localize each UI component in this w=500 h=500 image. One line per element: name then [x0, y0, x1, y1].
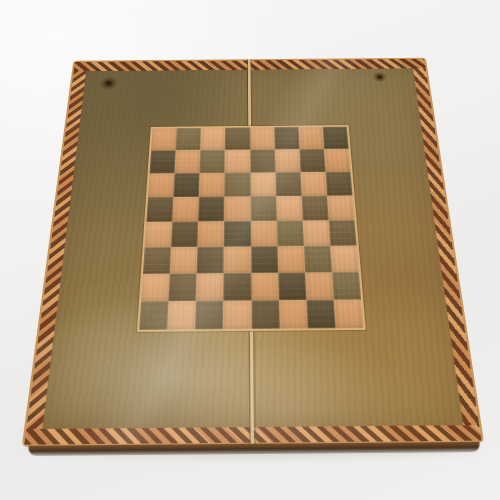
square-h7[interactable] — [324, 149, 351, 172]
square-e6[interactable] — [250, 172, 276, 196]
square-c2[interactable] — [196, 273, 224, 301]
square-b7[interactable] — [175, 150, 201, 173]
square-f8[interactable] — [274, 127, 299, 149]
square-a1[interactable] — [139, 301, 168, 330]
square-e1[interactable] — [251, 300, 279, 329]
square-b3[interactable] — [170, 247, 198, 274]
square-a3[interactable] — [143, 247, 171, 274]
checkerboard-inlay — [137, 125, 366, 332]
square-h8[interactable] — [323, 127, 349, 149]
square-c4[interactable] — [198, 221, 225, 247]
square-d7[interactable] — [225, 150, 250, 173]
square-a2[interactable] — [141, 274, 170, 302]
square-d2[interactable] — [224, 273, 252, 301]
square-g1[interactable] — [306, 300, 335, 329]
square-c7[interactable] — [200, 150, 225, 173]
square-h5[interactable] — [327, 195, 355, 220]
square-g5[interactable] — [301, 196, 328, 221]
square-e2[interactable] — [251, 273, 279, 301]
square-b1[interactable] — [167, 301, 196, 330]
square-h4[interactable] — [329, 220, 357, 246]
square-f4[interactable] — [276, 221, 303, 247]
square-h2[interactable] — [332, 272, 361, 300]
square-a4[interactable] — [145, 222, 173, 248]
square-h6[interactable] — [325, 172, 352, 196]
square-e7[interactable] — [250, 149, 275, 172]
square-d3[interactable] — [224, 246, 251, 273]
square-f5[interactable] — [276, 196, 303, 221]
square-c3[interactable] — [197, 247, 224, 274]
fold-seam-top — [247, 59, 253, 126]
square-f2[interactable] — [278, 272, 306, 300]
fold-seam-bottom — [249, 331, 257, 445]
square-e3[interactable] — [251, 246, 278, 273]
square-a7[interactable] — [150, 150, 176, 173]
square-g7[interactable] — [299, 149, 325, 172]
square-g4[interactable] — [303, 220, 331, 246]
square-b8[interactable] — [176, 128, 201, 150]
square-a5[interactable] — [146, 197, 173, 222]
square-g3[interactable] — [304, 246, 332, 273]
square-g6[interactable] — [300, 172, 327, 196]
square-c1[interactable] — [195, 301, 223, 330]
square-b2[interactable] — [169, 273, 197, 301]
square-f1[interactable] — [279, 300, 308, 329]
square-a6[interactable] — [148, 173, 175, 197]
photo-background — [0, 0, 500, 500]
square-a8[interactable] — [151, 128, 177, 150]
square-d8[interactable] — [225, 127, 250, 149]
square-c5[interactable] — [198, 197, 224, 222]
square-b4[interactable] — [171, 221, 198, 247]
square-g8[interactable] — [298, 127, 324, 149]
board-grid — [139, 127, 363, 330]
square-f6[interactable] — [275, 172, 301, 196]
square-e5[interactable] — [250, 196, 276, 221]
square-b6[interactable] — [174, 173, 200, 197]
square-h3[interactable] — [330, 246, 359, 273]
square-d4[interactable] — [224, 221, 251, 247]
square-d1[interactable] — [223, 300, 251, 329]
square-e8[interactable] — [250, 127, 275, 149]
square-f3[interactable] — [277, 246, 305, 273]
square-c6[interactable] — [199, 173, 225, 197]
square-c8[interactable] — [200, 128, 225, 150]
square-f7[interactable] — [275, 149, 301, 172]
square-d5[interactable] — [224, 196, 250, 221]
square-d6[interactable] — [225, 173, 251, 197]
square-e4[interactable] — [250, 221, 277, 247]
square-b5[interactable] — [172, 197, 199, 222]
square-g2[interactable] — [305, 272, 334, 300]
chessboard — [22, 58, 484, 447]
square-h1[interactable] — [334, 299, 364, 328]
